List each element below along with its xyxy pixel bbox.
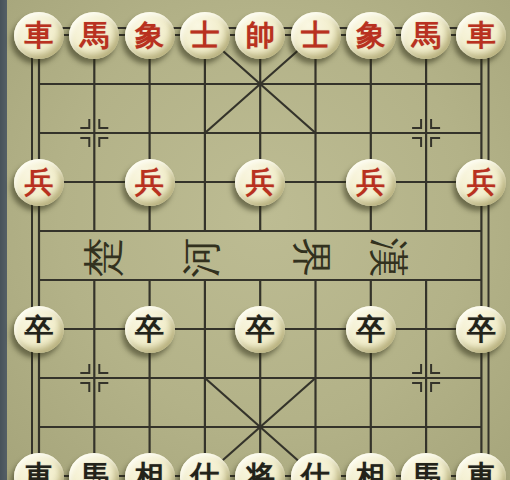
piece-red-general[interactable]: 帥 xyxy=(235,12,285,59)
piece-red-soldier[interactable]: 兵 xyxy=(235,159,285,206)
piece-red-soldier[interactable]: 兵 xyxy=(125,159,175,206)
piece-red-chariot[interactable]: 車 xyxy=(456,12,506,59)
piece-red-elephant[interactable]: 象 xyxy=(125,12,175,59)
piece-red-elephant[interactable]: 象 xyxy=(346,12,396,59)
piece-red-advisor[interactable]: 士 xyxy=(291,12,341,59)
piece-black-soldier[interactable]: 卒 xyxy=(125,306,175,353)
piece-black-soldier[interactable]: 卒 xyxy=(14,306,64,353)
piece-black-soldier[interactable]: 卒 xyxy=(456,306,506,353)
piece-red-soldier[interactable]: 兵 xyxy=(14,159,64,206)
river-label: 界 xyxy=(284,238,339,278)
piece-red-soldier[interactable]: 兵 xyxy=(346,159,396,206)
river-label: 楚 xyxy=(76,238,131,278)
piece-red-horse[interactable]: 馬 xyxy=(69,12,119,59)
piece-black-soldier[interactable]: 卒 xyxy=(235,306,285,353)
river-label: 漢 xyxy=(361,238,416,278)
piece-black-soldier[interactable]: 卒 xyxy=(346,306,396,353)
piece-red-chariot[interactable]: 車 xyxy=(14,12,64,59)
river-label: 河 xyxy=(174,238,229,278)
piece-red-soldier[interactable]: 兵 xyxy=(456,159,506,206)
piece-red-horse[interactable]: 馬 xyxy=(401,12,451,59)
xiangqi-board: 楚河界漢 車馬象士帥士象馬車兵兵兵兵兵卒卒卒卒卒車馬相仕将仕相馬車 xyxy=(0,0,510,480)
piece-red-advisor[interactable]: 士 xyxy=(180,12,230,59)
